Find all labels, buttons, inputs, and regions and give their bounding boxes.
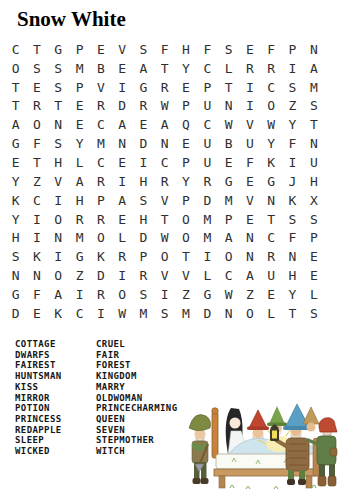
- word-item[interactable]: KISS: [15, 382, 62, 393]
- grid-cell[interactable]: U: [303, 153, 324, 172]
- grid-cell[interactable]: A: [111, 115, 132, 134]
- grid-cell[interactable]: H: [69, 191, 90, 210]
- grid-cell[interactable]: L: [261, 304, 282, 323]
- grid-cell[interactable]: T: [261, 210, 282, 229]
- grid-cell[interactable]: C: [197, 59, 218, 78]
- grid-cell[interactable]: I: [111, 78, 132, 97]
- grid-cell[interactable]: V: [154, 266, 175, 285]
- grid-cell[interactable]: I: [282, 59, 303, 78]
- grid-cell[interactable]: P: [69, 40, 90, 59]
- grid-cell[interactable]: F: [26, 285, 47, 304]
- grid-cell[interactable]: H: [175, 40, 196, 59]
- grid-cell[interactable]: X: [303, 191, 324, 210]
- word-item[interactable]: SEVEN: [96, 425, 177, 436]
- dwarf-left-axe: [189, 415, 211, 485]
- grid-cell[interactable]: A: [48, 285, 69, 304]
- grid-cell[interactable]: T: [303, 115, 324, 134]
- grid-cell[interactable]: C: [218, 266, 239, 285]
- grid-cell[interactable]: S: [282, 210, 303, 229]
- grid-cell[interactable]: V: [239, 115, 260, 134]
- grid-cell[interactable]: E: [26, 78, 47, 97]
- grid-cell[interactable]: E: [111, 210, 132, 229]
- grid-cell[interactable]: A: [239, 266, 260, 285]
- word-item[interactable]: OLDWOMAN: [96, 393, 177, 404]
- grid-cell[interactable]: R: [111, 247, 132, 266]
- grid-cell[interactable]: I: [111, 266, 132, 285]
- grid-cell[interactable]: U: [261, 266, 282, 285]
- grid-cell[interactable]: R: [133, 97, 154, 116]
- grid-cell[interactable]: U: [197, 97, 218, 116]
- grid-cell[interactable]: N: [5, 266, 26, 285]
- grid-cell[interactable]: P: [175, 97, 196, 116]
- grid-cell[interactable]: N: [154, 134, 175, 153]
- grid-cell[interactable]: R: [90, 210, 111, 229]
- grid-cell[interactable]: S: [218, 40, 239, 59]
- grid-cell[interactable]: T: [48, 97, 69, 116]
- grid-cell[interactable]: N: [261, 191, 282, 210]
- grid-cell[interactable]: E: [175, 78, 196, 97]
- grid-cell[interactable]: F: [239, 153, 260, 172]
- grid-cell[interactable]: V: [154, 191, 175, 210]
- grid-cell[interactable]: O: [175, 228, 196, 247]
- grid-cell[interactable]: B: [90, 59, 111, 78]
- grid-cell[interactable]: D: [197, 304, 218, 323]
- grid-cell[interactable]: W: [154, 228, 175, 247]
- grid-cell[interactable]: S: [26, 59, 47, 78]
- grid-cell[interactable]: O: [218, 247, 239, 266]
- grid-cell[interactable]: S: [133, 191, 154, 210]
- grid-cell[interactable]: Y: [282, 115, 303, 134]
- snow-white-illustration-svg: [186, 398, 341, 493]
- grid-cell[interactable]: Z: [239, 285, 260, 304]
- grid-cell[interactable]: L: [197, 266, 218, 285]
- grid-cell[interactable]: P: [69, 78, 90, 97]
- grid-cell[interactable]: E: [239, 40, 260, 59]
- grid-cell[interactable]: D: [90, 266, 111, 285]
- grid-cell[interactable]: C: [90, 153, 111, 172]
- word-item[interactable]: SLEEP: [15, 435, 62, 446]
- grid-cell[interactable]: D: [111, 97, 132, 116]
- grid-cell[interactable]: P: [218, 210, 239, 229]
- grid-cell[interactable]: P: [175, 191, 196, 210]
- grid-cell[interactable]: R: [261, 247, 282, 266]
- grid-cell[interactable]: U: [197, 153, 218, 172]
- grid-cell[interactable]: G: [5, 134, 26, 153]
- word-item[interactable]: FAIR: [96, 350, 177, 361]
- grid-cell[interactable]: R: [239, 59, 260, 78]
- grid-cell[interactable]: F: [261, 40, 282, 59]
- grid-cell[interactable]: W: [218, 285, 239, 304]
- word-item[interactable]: PRINCECHARMING: [96, 403, 177, 414]
- grid-cell[interactable]: R: [90, 172, 111, 191]
- grid-cell[interactable]: N: [48, 228, 69, 247]
- word-item[interactable]: FAIREST: [15, 360, 62, 371]
- grid-cell[interactable]: T: [5, 97, 26, 116]
- grid-cell[interactable]: C: [261, 78, 282, 97]
- grid-cell[interactable]: M: [175, 304, 196, 323]
- grid-cell[interactable]: H: [48, 153, 69, 172]
- grid-cell[interactable]: E: [239, 210, 260, 229]
- grid-cell[interactable]: K: [282, 191, 303, 210]
- grid-cell[interactable]: L: [111, 228, 132, 247]
- grid-cell[interactable]: A: [5, 115, 26, 134]
- grid-cell[interactable]: F: [154, 40, 175, 59]
- word-item[interactable]: REDAPPLE: [15, 425, 62, 436]
- grid-cell[interactable]: E: [218, 153, 239, 172]
- grid-cell[interactable]: V: [111, 40, 132, 59]
- grid-cell[interactable]: H: [5, 228, 26, 247]
- grid-cell[interactable]: R: [90, 97, 111, 116]
- grid-cell[interactable]: E: [90, 40, 111, 59]
- grid-cell[interactable]: W: [261, 115, 282, 134]
- word-item[interactable]: POTION: [15, 403, 62, 414]
- grid-cell[interactable]: R: [90, 285, 111, 304]
- grid-cell[interactable]: J: [282, 172, 303, 191]
- grid-cell[interactable]: F: [197, 40, 218, 59]
- word-item[interactable]: CRUEL: [96, 339, 177, 350]
- grid-cell[interactable]: N: [239, 247, 260, 266]
- dwarf-red-hat: [247, 410, 269, 443]
- grid-cell[interactable]: I: [239, 97, 260, 116]
- grid-cell[interactable]: U: [239, 134, 260, 153]
- grid-cell[interactable]: I: [282, 153, 303, 172]
- grid-cell[interactable]: E: [111, 153, 132, 172]
- grid-cell[interactable]: M: [303, 78, 324, 97]
- grid-cell[interactable]: Q: [175, 115, 196, 134]
- word-list-column-2: CRUELFAIRFORESTKINGDOMMARRYOLDWOMANPRINC…: [96, 339, 177, 457]
- grid-cell[interactable]: S: [48, 134, 69, 153]
- grid-cell[interactable]: N: [218, 97, 239, 116]
- grid-cell[interactable]: Z: [69, 266, 90, 285]
- grid-cell[interactable]: A: [69, 172, 90, 191]
- word-item[interactable]: MARRY: [96, 382, 177, 393]
- grid-cell[interactable]: H: [133, 210, 154, 229]
- grid-cell[interactable]: Y: [69, 134, 90, 153]
- grid-cell[interactable]: G: [69, 247, 90, 266]
- grid-cell[interactable]: D: [133, 228, 154, 247]
- grid-cell[interactable]: I: [133, 153, 154, 172]
- grid-cell[interactable]: G: [218, 172, 239, 191]
- grid-cell[interactable]: U: [197, 134, 218, 153]
- grid-cell[interactable]: F: [282, 228, 303, 247]
- grid-cell[interactable]: Y: [282, 285, 303, 304]
- grid-cell[interactable]: F: [26, 134, 47, 153]
- word-item[interactable]: PRINCESS: [15, 414, 62, 425]
- grid-cell[interactable]: F: [282, 134, 303, 153]
- word-list-column-1: COTTAGEDWARFSFAIRESTHUNTSMANKISSMIRRORPO…: [15, 339, 62, 457]
- grid-cell[interactable]: P: [175, 153, 196, 172]
- grid-cell[interactable]: E: [303, 266, 324, 285]
- grid-cell[interactable]: G: [197, 285, 218, 304]
- grid-cell[interactable]: Z: [26, 172, 47, 191]
- grid-cell[interactable]: G: [48, 40, 69, 59]
- grid-cell[interactable]: E: [111, 59, 132, 78]
- grid-cell[interactable]: C: [197, 115, 218, 134]
- grid-cell[interactable]: S: [154, 304, 175, 323]
- grid-cell[interactable]: Y: [175, 172, 196, 191]
- grid-cell[interactable]: Y: [261, 134, 282, 153]
- grid-cell[interactable]: E: [26, 304, 47, 323]
- grid-cell[interactable]: O: [154, 247, 175, 266]
- word-item[interactable]: WITCH: [96, 446, 177, 457]
- bed-headboard: [212, 408, 218, 458]
- grid-cell[interactable]: T: [26, 153, 47, 172]
- grid-cell[interactable]: T: [5, 78, 26, 97]
- grid-cell[interactable]: V: [48, 172, 69, 191]
- grid-cell[interactable]: E: [5, 153, 26, 172]
- grid-cell[interactable]: D: [133, 134, 154, 153]
- grid-cell[interactable]: N: [218, 304, 239, 323]
- grid-cell[interactable]: I: [154, 285, 175, 304]
- word-item[interactable]: DWARFS: [15, 350, 62, 361]
- grid-cell[interactable]: G: [133, 78, 154, 97]
- grid-cell[interactable]: S: [133, 40, 154, 59]
- grid-cell[interactable]: Z: [282, 97, 303, 116]
- grid-cell[interactable]: D: [197, 191, 218, 210]
- grid-cell[interactable]: Y: [5, 210, 26, 229]
- grid-cell[interactable]: Y: [175, 59, 196, 78]
- grid-cell[interactable]: C: [69, 304, 90, 323]
- grid-cell[interactable]: E: [69, 97, 90, 116]
- grid-cell[interactable]: N: [111, 134, 132, 153]
- grid-cell[interactable]: T: [175, 247, 196, 266]
- grid-cell[interactable]: P: [197, 78, 218, 97]
- grid-cell[interactable]: I: [197, 247, 218, 266]
- grid-cell[interactable]: E: [303, 247, 324, 266]
- grid-cell[interactable]: O: [111, 285, 132, 304]
- grid-cell[interactable]: M: [197, 210, 218, 229]
- grid-cell[interactable]: I: [26, 228, 47, 247]
- grid-cell[interactable]: K: [26, 247, 47, 266]
- word-item[interactable]: QUEEN: [96, 414, 177, 425]
- grid-cell[interactable]: G: [261, 172, 282, 191]
- grid-cell[interactable]: W: [154, 97, 175, 116]
- grid-cell[interactable]: H: [303, 172, 324, 191]
- grid-cell[interactable]: A: [218, 228, 239, 247]
- word-item[interactable]: COTTAGE: [15, 339, 62, 350]
- grid-cell[interactable]: E: [133, 115, 154, 134]
- grid-cell[interactable]: M: [90, 134, 111, 153]
- grid-cell[interactable]: K: [48, 304, 69, 323]
- grid-cell[interactable]: P: [133, 247, 154, 266]
- grid-cell[interactable]: C: [154, 153, 175, 172]
- grid-cell[interactable]: H: [282, 266, 303, 285]
- grid-cell[interactable]: O: [239, 304, 260, 323]
- snow-white-illustration: [186, 398, 341, 493]
- grid-cell[interactable]: E: [261, 285, 282, 304]
- word-search-grid: CTGPEVSFHFSEFPNOSSMBEATYCLRRIATESPVIGREP…: [5, 40, 324, 323]
- grid-cell[interactable]: L: [69, 153, 90, 172]
- grid-cell[interactable]: S: [48, 78, 69, 97]
- grid-cell[interactable]: I: [26, 210, 47, 229]
- grid-cell[interactable]: R: [154, 78, 175, 97]
- grid-cell[interactable]: N: [303, 40, 324, 59]
- grid-cell[interactable]: P: [303, 228, 324, 247]
- grid-cell[interactable]: D: [5, 304, 26, 323]
- grid-cell[interactable]: H: [133, 172, 154, 191]
- grid-cell[interactable]: P: [282, 40, 303, 59]
- grid-cell[interactable]: R: [197, 172, 218, 191]
- grid-cell[interactable]: N: [303, 134, 324, 153]
- grid-cell[interactable]: O: [5, 59, 26, 78]
- grid-cell[interactable]: I: [111, 172, 132, 191]
- grid-cell[interactable]: I: [48, 191, 69, 210]
- grid-cell[interactable]: O: [26, 115, 47, 134]
- grid-cell[interactable]: O: [48, 210, 69, 229]
- grid-cell[interactable]: T: [154, 59, 175, 78]
- grid-cell[interactable]: M: [133, 304, 154, 323]
- word-item[interactable]: HUNTSMAN: [15, 371, 62, 382]
- word-item[interactable]: STEPMOTHER: [96, 435, 177, 446]
- grid-cell[interactable]: Z: [175, 285, 196, 304]
- word-item[interactable]: WICKED: [15, 446, 62, 457]
- grass-tufts: [230, 485, 316, 489]
- grid-cell[interactable]: E: [175, 134, 196, 153]
- grid-cell[interactable]: I: [48, 247, 69, 266]
- grid-cell[interactable]: K: [5, 191, 26, 210]
- grid-cell[interactable]: S: [48, 59, 69, 78]
- grid-cell[interactable]: T: [154, 210, 175, 229]
- grid-cell[interactable]: O: [48, 266, 69, 285]
- grid-cell[interactable]: N: [282, 247, 303, 266]
- grid-cell[interactable]: I: [69, 285, 90, 304]
- grid-cell[interactable]: V: [175, 266, 196, 285]
- grid-cell[interactable]: T: [282, 304, 303, 323]
- grid-cell[interactable]: S: [303, 97, 324, 116]
- grid-cell[interactable]: A: [303, 59, 324, 78]
- grid-cell[interactable]: C: [5, 40, 26, 59]
- grid-cell[interactable]: A: [133, 59, 154, 78]
- grid-cell[interactable]: M: [69, 228, 90, 247]
- grid-cell[interactable]: N: [26, 266, 47, 285]
- grid-cell[interactable]: E: [69, 115, 90, 134]
- grid-cell[interactable]: L: [218, 59, 239, 78]
- grid-cell[interactable]: G: [5, 285, 26, 304]
- grid-cell[interactable]: O: [90, 228, 111, 247]
- grid-cell[interactable]: O: [175, 210, 196, 229]
- grid-cell[interactable]: E: [239, 172, 260, 191]
- grid-cell[interactable]: R: [154, 172, 175, 191]
- word-item[interactable]: FOREST: [96, 360, 177, 371]
- grid-cell[interactable]: S: [5, 247, 26, 266]
- page-title: Snow White: [17, 7, 126, 31]
- grid-cell[interactable]: N: [239, 228, 260, 247]
- grid-cell[interactable]: W: [218, 115, 239, 134]
- grid-cell[interactable]: B: [218, 134, 239, 153]
- grid-cell[interactable]: I: [90, 304, 111, 323]
- word-item[interactable]: KINGDOM: [96, 371, 177, 382]
- grid-cell[interactable]: R: [261, 59, 282, 78]
- word-item[interactable]: MIRROR: [15, 393, 62, 404]
- grid-cell[interactable]: K: [261, 153, 282, 172]
- grid-cell[interactable]: C: [90, 115, 111, 134]
- grid-cell[interactable]: R: [69, 210, 90, 229]
- grid-cell[interactable]: V: [90, 78, 111, 97]
- grid-cell[interactable]: W: [111, 304, 132, 323]
- worksheet-page: Snow White CTGPEVSFHFSEFPNOSSMBEATYCLRRI…: [0, 0, 353, 500]
- grid-cell[interactable]: R: [133, 266, 154, 285]
- grid-cell[interactable]: T: [218, 78, 239, 97]
- grid-cell[interactable]: S: [133, 285, 154, 304]
- grid-cell[interactable]: N: [48, 115, 69, 134]
- grid-cell[interactable]: P: [90, 191, 111, 210]
- grid-cell[interactable]: Y: [5, 172, 26, 191]
- grid-cell[interactable]: S: [303, 210, 324, 229]
- grid-cell[interactable]: S: [303, 304, 324, 323]
- grid-cell[interactable]: K: [90, 247, 111, 266]
- grid-cell[interactable]: I: [239, 78, 260, 97]
- grid-cell[interactable]: L: [303, 285, 324, 304]
- grid-cell[interactable]: C: [26, 191, 47, 210]
- grid-cell[interactable]: A: [111, 191, 132, 210]
- grid-cell[interactable]: V: [239, 191, 260, 210]
- grid-cell[interactable]: M: [197, 228, 218, 247]
- grid-cell[interactable]: M: [218, 191, 239, 210]
- grid-cell[interactable]: T: [26, 40, 47, 59]
- grid-cell[interactable]: A: [154, 115, 175, 134]
- grid-cell[interactable]: C: [261, 228, 282, 247]
- grid-cell[interactable]: M: [69, 59, 90, 78]
- grid-cell[interactable]: R: [26, 97, 47, 116]
- grid-cell[interactable]: S: [282, 78, 303, 97]
- grid-cell[interactable]: O: [261, 97, 282, 116]
